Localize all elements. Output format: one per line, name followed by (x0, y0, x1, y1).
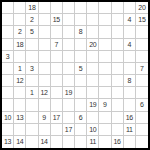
cell-r0c9[interactable] (112, 2, 124, 14)
endpoint-3-cell-r4c0[interactable]: 3 (2, 51, 14, 63)
cell-r2c8[interactable] (99, 26, 111, 38)
cell-r7c4[interactable] (51, 87, 63, 99)
endpoint-4-cell-r3c10[interactable]: 4 (124, 39, 136, 51)
cell-r1c6[interactable] (75, 14, 87, 26)
cell-r6c6[interactable] (75, 75, 87, 87)
cell-r0c3[interactable] (39, 2, 51, 14)
cell-r3c6[interactable] (75, 39, 87, 51)
cell-r11c4[interactable] (51, 136, 63, 148)
cell-r6c11[interactable] (136, 75, 148, 87)
endpoint-17-cell-r9c4[interactable]: 17 (51, 112, 63, 124)
cell-r0c6[interactable] (75, 2, 87, 14)
cell-r4c3[interactable] (39, 51, 51, 63)
cell-r0c4[interactable] (51, 2, 63, 14)
cell-r10c0[interactable] (2, 124, 14, 136)
endpoint-5-cell-r2c2[interactable]: 5 (26, 26, 38, 38)
cell-r0c10[interactable] (124, 2, 136, 14)
endpoint-14-cell-r11c3[interactable]: 14 (39, 136, 51, 148)
cell-r9c7[interactable] (87, 112, 99, 124)
cell-r9c11[interactable] (136, 112, 148, 124)
cell-r7c0[interactable] (2, 87, 14, 99)
cell-r3c0[interactable] (2, 39, 14, 51)
endpoint-6-cell-r9c6[interactable]: 6 (75, 112, 87, 124)
endpoint-17-cell-r10c5[interactable]: 17 (63, 124, 75, 136)
endpoint-5-cell-r5c6[interactable]: 5 (75, 63, 87, 75)
cell-r8c6[interactable] (75, 99, 87, 111)
cell-r6c8[interactable] (99, 75, 111, 87)
cell-r4c2[interactable] (26, 51, 38, 63)
cell-r3c9[interactable] (112, 39, 124, 51)
endpoint-9-cell-r9c3[interactable]: 9 (39, 112, 51, 124)
cell-r4c11[interactable] (136, 51, 148, 63)
cell-r7c8[interactable] (99, 87, 111, 99)
cell-r0c7[interactable] (87, 2, 99, 14)
endpoint-1-cell-r7c2[interactable]: 1 (26, 87, 38, 99)
endpoint-19-cell-r7c5[interactable]: 19 (63, 87, 75, 99)
cell-r7c7[interactable] (87, 87, 99, 99)
endpoint-19-cell-r8c7[interactable]: 19 (87, 99, 99, 111)
cell-r6c0[interactable] (2, 75, 14, 87)
cell-r2c11[interactable] (136, 26, 148, 38)
cell-r10c8[interactable] (99, 124, 111, 136)
endpoint-12-cell-r6c1[interactable]: 12 (14, 75, 26, 87)
endpoint-4-cell-r1c10[interactable]: 4 (124, 14, 136, 26)
cell-r3c11[interactable] (136, 39, 148, 51)
cell-r1c9[interactable] (112, 14, 124, 26)
cell-r11c10[interactable] (124, 136, 136, 148)
cell-r9c8[interactable] (99, 112, 111, 124)
cell-r10c4[interactable] (51, 124, 63, 136)
endpoint-11-cell-r11c7[interactable]: 11 (87, 136, 99, 148)
endpoint-3-cell-r5c2[interactable]: 3 (26, 63, 38, 75)
cell-r5c0[interactable] (2, 63, 14, 75)
endpoint-14-cell-r11c1[interactable]: 14 (14, 136, 26, 148)
cell-r8c2[interactable] (26, 99, 38, 111)
cell-r11c2[interactable] (26, 136, 38, 148)
cell-r3c2[interactable] (26, 39, 38, 51)
endpoint-18-cell-r0c2[interactable]: 18 (26, 2, 38, 14)
cell-r3c5[interactable] (63, 39, 75, 51)
endpoint-15-cell-r1c4[interactable]: 15 (51, 14, 63, 26)
cell-r5c9[interactable] (112, 63, 124, 75)
cell-r2c4[interactable] (51, 26, 63, 38)
cell-r1c5[interactable] (63, 14, 75, 26)
cell-r0c1[interactable] (14, 2, 26, 14)
endpoint-6-cell-r8c11[interactable]: 6 (136, 99, 148, 111)
endpoint-10-cell-r9c0[interactable]: 10 (2, 112, 14, 124)
endpoint-16-cell-r11c9[interactable]: 16 (112, 136, 124, 148)
cell-r11c8[interactable] (99, 136, 111, 148)
cell-r5c7[interactable] (87, 63, 99, 75)
cell-r8c10[interactable] (124, 99, 136, 111)
cell-r3c8[interactable] (99, 39, 111, 51)
cell-r1c1[interactable] (14, 14, 26, 26)
cell-r6c3[interactable] (39, 75, 51, 87)
cell-r10c3[interactable] (39, 124, 51, 136)
endpoint-7-cell-r3c4[interactable]: 7 (51, 39, 63, 51)
cell-r6c7[interactable] (87, 75, 99, 87)
cell-r2c7[interactable] (87, 26, 99, 38)
endpoint-16-cell-r9c10[interactable]: 16 (124, 112, 136, 124)
endpoint-9-cell-r8c8[interactable]: 9 (99, 99, 111, 111)
cell-r2c3[interactable] (39, 26, 51, 38)
cell-r7c1[interactable] (14, 87, 26, 99)
cell-r5c10[interactable] (124, 63, 136, 75)
cell-r11c6[interactable] (75, 136, 87, 148)
endpoint-18-cell-r3c1[interactable]: 18 (14, 39, 26, 51)
cell-r0c5[interactable] (63, 2, 75, 14)
cell-r1c8[interactable] (99, 14, 111, 26)
cell-r9c9[interactable] (112, 112, 124, 124)
cell-r3c3[interactable] (39, 39, 51, 51)
endpoint-15-cell-r1c11[interactable]: 15 (136, 14, 148, 26)
cell-r5c8[interactable] (99, 63, 111, 75)
cell-r1c7[interactable] (87, 14, 99, 26)
cell-r4c9[interactable] (112, 51, 124, 63)
cell-r8c3[interactable] (39, 99, 51, 111)
cell-r8c5[interactable] (63, 99, 75, 111)
cell-r10c6[interactable] (75, 124, 87, 136)
cell-r2c9[interactable] (112, 26, 124, 38)
endpoint-1-cell-r5c1[interactable]: 1 (14, 63, 26, 75)
cell-r2c10[interactable] (124, 26, 136, 38)
cell-r4c4[interactable] (51, 51, 63, 63)
endpoint-7-cell-r5c11[interactable]: 7 (136, 63, 148, 75)
endpoint-2-cell-r1c2[interactable]: 2 (26, 14, 38, 26)
cell-r7c10[interactable] (124, 87, 136, 99)
cell-r4c5[interactable] (63, 51, 75, 63)
cell-r0c8[interactable] (99, 2, 111, 14)
cell-r5c3[interactable] (39, 63, 51, 75)
cell-r6c9[interactable] (112, 75, 124, 87)
numberlink-board: 1820215415258187204313571281121919961013… (0, 0, 150, 150)
cell-r10c11[interactable] (136, 124, 148, 136)
endpoint-13-cell-r11c0[interactable]: 13 (2, 136, 14, 148)
cell-r2c0[interactable] (2, 26, 14, 38)
cell-r7c11[interactable] (136, 87, 148, 99)
cell-r11c11[interactable] (136, 136, 148, 148)
endpoint-20-cell-r3c7[interactable]: 20 (87, 39, 99, 51)
cell-r6c5[interactable] (63, 75, 75, 87)
cell-r2c5[interactable] (63, 26, 75, 38)
cell-r1c0[interactable] (2, 14, 14, 26)
cell-r9c2[interactable] (26, 112, 38, 124)
cell-r4c7[interactable] (87, 51, 99, 63)
cell-r10c1[interactable] (14, 124, 26, 136)
cell-r10c2[interactable] (26, 124, 38, 136)
cell-r7c6[interactable] (75, 87, 87, 99)
endpoint-10-cell-r10c7[interactable]: 10 (87, 124, 99, 136)
cell-r6c2[interactable] (26, 75, 38, 87)
endpoint-8-cell-r2c6[interactable]: 8 (75, 26, 87, 38)
cell-r4c1[interactable] (14, 51, 26, 63)
cell-r8c1[interactable] (14, 99, 26, 111)
cell-r5c5[interactable] (63, 63, 75, 75)
endpoint-13-cell-r9c1[interactable]: 13 (14, 112, 26, 124)
cell-r9c5[interactable] (63, 112, 75, 124)
cell-r4c8[interactable] (99, 51, 111, 63)
endpoint-11-cell-r10c10[interactable]: 11 (124, 124, 136, 136)
endpoint-20-cell-r0c11[interactable]: 20 (136, 2, 148, 14)
endpoint-2-cell-r2c1[interactable]: 2 (14, 26, 26, 38)
cell-r8c9[interactable] (112, 99, 124, 111)
cell-r8c4[interactable] (51, 99, 63, 111)
cell-r0c0[interactable] (2, 2, 14, 14)
cell-r4c10[interactable] (124, 51, 136, 63)
cell-r8c0[interactable] (2, 99, 14, 111)
cell-r5c4[interactable] (51, 63, 63, 75)
cell-r4c6[interactable] (75, 51, 87, 63)
cell-r11c5[interactable] (63, 136, 75, 148)
cell-r1c3[interactable] (39, 14, 51, 26)
endpoint-8-cell-r6c10[interactable]: 8 (124, 75, 136, 87)
cell-r6c4[interactable] (51, 75, 63, 87)
endpoint-12-cell-r7c3[interactable]: 12 (39, 87, 51, 99)
cell-r10c9[interactable] (112, 124, 124, 136)
cell-r7c9[interactable] (112, 87, 124, 99)
